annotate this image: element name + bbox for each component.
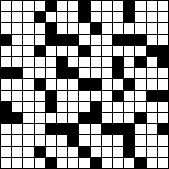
black-cell: [124, 35, 134, 45]
white-cell[interactable]: [102, 135, 112, 145]
black-cell: [135, 57, 145, 67]
white-cell[interactable]: [12, 35, 22, 45]
white-cell[interactable]: [12, 124, 22, 134]
white-cell[interactable]: [79, 23, 89, 33]
white-cell[interactable]: [46, 46, 56, 56]
black-cell: [12, 113, 22, 123]
black-cell: [135, 113, 145, 123]
white-cell[interactable]: [35, 102, 45, 112]
white-cell[interactable]: [158, 23, 168, 33]
white-cell[interactable]: [68, 23, 78, 33]
white-cell[interactable]: [91, 46, 101, 56]
white-cell[interactable]: [91, 91, 101, 101]
white-cell[interactable]: [23, 102, 33, 112]
white-cell[interactable]: [79, 158, 89, 168]
black-cell: [91, 102, 101, 112]
white-cell[interactable]: [158, 35, 168, 45]
white-cell[interactable]: [102, 158, 112, 168]
white-cell[interactable]: [102, 12, 112, 22]
white-cell[interactable]: [147, 147, 157, 157]
white-cell[interactable]: [23, 113, 33, 123]
black-cell: [147, 91, 157, 101]
black-cell: [46, 35, 56, 45]
white-cell[interactable]: [1, 23, 11, 33]
white-cell[interactable]: [91, 1, 101, 11]
black-cell: [124, 147, 134, 157]
white-cell[interactable]: [147, 135, 157, 145]
white-cell[interactable]: [91, 124, 101, 134]
black-cell: [158, 91, 168, 101]
black-cell: [91, 113, 101, 123]
black-cell: [46, 1, 56, 11]
black-cell: [46, 23, 56, 33]
white-cell[interactable]: [102, 57, 112, 67]
black-cell: [91, 79, 101, 89]
white-cell[interactable]: [23, 46, 33, 56]
white-cell[interactable]: [113, 135, 123, 145]
white-cell[interactable]: [147, 1, 157, 11]
black-cell: [113, 91, 123, 101]
white-cell[interactable]: [1, 1, 11, 11]
black-cell: [46, 102, 56, 112]
white-cell[interactable]: [35, 135, 45, 145]
white-cell[interactable]: [158, 79, 168, 89]
white-cell[interactable]: [46, 113, 56, 123]
white-cell[interactable]: [158, 68, 168, 78]
black-cell: [79, 46, 89, 56]
white-cell[interactable]: [12, 79, 22, 89]
white-cell[interactable]: [102, 102, 112, 112]
black-cell: [79, 147, 89, 157]
white-cell[interactable]: [46, 68, 56, 78]
white-cell[interactable]: [158, 102, 168, 112]
black-cell: [158, 124, 168, 134]
white-cell[interactable]: [68, 158, 78, 168]
black-cell: [35, 147, 45, 157]
white-cell[interactable]: [79, 124, 89, 134]
white-cell[interactable]: [113, 113, 123, 123]
white-cell[interactable]: [113, 23, 123, 33]
white-cell[interactable]: [23, 12, 33, 22]
black-cell: [113, 35, 123, 45]
white-cell[interactable]: [147, 12, 157, 22]
white-cell[interactable]: [79, 91, 89, 101]
white-cell[interactable]: [91, 57, 101, 67]
white-cell[interactable]: [12, 23, 22, 33]
black-cell: [57, 124, 67, 134]
black-cell: [1, 35, 11, 45]
crossword-grid: [0, 0, 169, 169]
white-cell[interactable]: [79, 57, 89, 67]
white-cell[interactable]: [57, 147, 67, 157]
white-cell[interactable]: [113, 12, 123, 22]
white-cell[interactable]: [12, 57, 22, 67]
white-cell[interactable]: [68, 79, 78, 89]
white-cell[interactable]: [102, 68, 112, 78]
black-cell: [68, 68, 78, 78]
black-cell: [147, 46, 157, 56]
white-cell[interactable]: [12, 91, 22, 101]
white-cell[interactable]: [46, 147, 56, 157]
white-cell[interactable]: [57, 12, 67, 22]
white-cell[interactable]: [79, 135, 89, 145]
white-cell[interactable]: [35, 113, 45, 123]
black-cell: [124, 79, 134, 89]
white-cell[interactable]: [46, 57, 56, 67]
white-cell[interactable]: [124, 57, 134, 67]
white-cell[interactable]: [91, 68, 101, 78]
white-cell[interactable]: [1, 57, 11, 67]
white-cell[interactable]: [102, 35, 112, 45]
black-cell: [158, 46, 168, 56]
black-cell: [57, 57, 67, 67]
white-cell[interactable]: [1, 12, 11, 22]
black-cell: [46, 158, 56, 168]
white-cell[interactable]: [23, 147, 33, 157]
white-cell[interactable]: [158, 158, 168, 168]
black-cell: [124, 124, 134, 134]
white-cell[interactable]: [12, 46, 22, 56]
white-cell[interactable]: [113, 147, 123, 157]
white-cell[interactable]: [35, 124, 45, 134]
white-cell[interactable]: [124, 158, 134, 168]
white-cell[interactable]: [102, 147, 112, 157]
white-cell[interactable]: [158, 1, 168, 11]
white-cell[interactable]: [79, 68, 89, 78]
black-cell: [124, 12, 134, 22]
black-cell: [135, 158, 145, 168]
white-cell[interactable]: [68, 1, 78, 11]
white-cell[interactable]: [46, 79, 56, 89]
white-cell[interactable]: [135, 46, 145, 56]
white-cell[interactable]: [135, 68, 145, 78]
white-cell[interactable]: [102, 46, 112, 56]
white-cell[interactable]: [35, 1, 45, 11]
white-cell[interactable]: [57, 1, 67, 11]
white-cell[interactable]: [102, 113, 112, 123]
white-cell[interactable]: [35, 35, 45, 45]
white-cell[interactable]: [23, 68, 33, 78]
white-cell[interactable]: [1, 124, 11, 134]
white-cell[interactable]: [57, 79, 67, 89]
black-cell: [57, 35, 67, 45]
black-cell: [113, 57, 123, 67]
white-cell[interactable]: [158, 135, 168, 145]
black-cell: [102, 124, 112, 134]
white-cell[interactable]: [124, 113, 134, 123]
black-cell: [68, 35, 78, 45]
white-cell[interactable]: [57, 91, 67, 101]
white-cell[interactable]: [57, 102, 67, 112]
white-cell[interactable]: [102, 79, 112, 89]
black-cell: [113, 68, 123, 78]
white-cell[interactable]: [12, 1, 22, 11]
white-cell[interactable]: [79, 35, 89, 45]
white-cell[interactable]: [57, 135, 67, 145]
white-cell[interactable]: [158, 147, 168, 157]
white-cell[interactable]: [35, 57, 45, 67]
white-cell[interactable]: [57, 113, 67, 123]
white-cell[interactable]: [113, 102, 123, 112]
white-cell[interactable]: [91, 147, 101, 157]
white-cell[interactable]: [23, 91, 33, 101]
white-cell[interactable]: [135, 102, 145, 112]
white-cell[interactable]: [1, 46, 11, 56]
white-cell[interactable]: [68, 113, 78, 123]
black-cell: [46, 124, 56, 134]
white-cell[interactable]: [147, 102, 157, 112]
black-cell: [35, 12, 45, 22]
white-cell[interactable]: [68, 102, 78, 112]
white-cell[interactable]: [135, 135, 145, 145]
white-cell[interactable]: [68, 57, 78, 67]
black-cell: [79, 79, 89, 89]
white-cell[interactable]: [147, 23, 157, 33]
white-cell[interactable]: [102, 23, 112, 33]
white-cell[interactable]: [35, 23, 45, 33]
white-cell[interactable]: [102, 1, 112, 11]
white-cell[interactable]: [102, 91, 112, 101]
white-cell[interactable]: [147, 113, 157, 123]
white-cell[interactable]: [12, 12, 22, 22]
white-cell[interactable]: [79, 102, 89, 112]
white-cell[interactable]: [124, 102, 134, 112]
black-cell: [91, 23, 101, 33]
black-cell: [124, 1, 134, 11]
black-cell: [158, 57, 168, 67]
white-cell[interactable]: [113, 79, 123, 89]
white-cell[interactable]: [135, 79, 145, 89]
black-cell: [135, 35, 145, 45]
white-cell[interactable]: [135, 124, 145, 134]
white-cell[interactable]: [135, 91, 145, 101]
white-cell[interactable]: [91, 12, 101, 22]
white-cell[interactable]: [147, 57, 157, 67]
black-cell: [57, 68, 67, 78]
white-cell[interactable]: [135, 147, 145, 157]
white-cell[interactable]: [124, 91, 134, 101]
white-cell[interactable]: [68, 46, 78, 56]
white-cell[interactable]: [91, 35, 101, 45]
white-cell[interactable]: [147, 79, 157, 89]
white-cell[interactable]: [91, 135, 101, 145]
white-cell[interactable]: [1, 135, 11, 145]
white-cell[interactable]: [57, 158, 67, 168]
black-cell: [1, 113, 11, 123]
white-cell[interactable]: [113, 46, 123, 56]
white-cell[interactable]: [147, 158, 157, 168]
black-cell: [12, 68, 22, 78]
white-cell[interactable]: [12, 147, 22, 157]
white-cell[interactable]: [12, 158, 22, 168]
white-cell[interactable]: [57, 46, 67, 56]
white-cell[interactable]: [135, 1, 145, 11]
black-cell: [46, 91, 56, 101]
black-cell: [79, 113, 89, 123]
black-cell: [124, 135, 134, 145]
white-cell[interactable]: [158, 12, 168, 22]
black-cell: [91, 158, 101, 168]
white-cell[interactable]: [147, 124, 157, 134]
white-cell[interactable]: [68, 147, 78, 157]
white-cell[interactable]: [23, 124, 33, 134]
white-cell[interactable]: [147, 35, 157, 45]
white-cell[interactable]: [124, 23, 134, 33]
white-cell[interactable]: [135, 12, 145, 22]
white-cell[interactable]: [158, 113, 168, 123]
black-cell: [35, 46, 45, 56]
white-cell[interactable]: [23, 158, 33, 168]
white-cell[interactable]: [46, 135, 56, 145]
black-cell: [79, 1, 89, 11]
white-cell[interactable]: [23, 57, 33, 67]
white-cell[interactable]: [1, 91, 11, 101]
white-cell[interactable]: [1, 158, 11, 168]
white-cell[interactable]: [12, 135, 22, 145]
white-cell[interactable]: [35, 158, 45, 168]
white-cell[interactable]: [57, 23, 67, 33]
white-cell[interactable]: [46, 12, 56, 22]
white-cell[interactable]: [35, 68, 45, 78]
white-cell[interactable]: [1, 147, 11, 157]
black-cell: [35, 79, 45, 89]
white-cell[interactable]: [147, 68, 157, 78]
white-cell[interactable]: [1, 79, 11, 89]
white-cell[interactable]: [124, 68, 134, 78]
white-cell[interactable]: [113, 158, 123, 168]
white-cell[interactable]: [23, 135, 33, 145]
white-cell[interactable]: [23, 1, 33, 11]
white-cell[interactable]: [23, 79, 33, 89]
white-cell[interactable]: [35, 91, 45, 101]
white-cell[interactable]: [23, 35, 33, 45]
white-cell[interactable]: [23, 23, 33, 33]
white-cell[interactable]: [68, 12, 78, 22]
black-cell: [1, 68, 11, 78]
black-cell: [113, 124, 123, 134]
white-cell[interactable]: [12, 102, 22, 112]
white-cell[interactable]: [113, 1, 123, 11]
black-cell: [79, 12, 89, 22]
black-cell: [68, 135, 78, 145]
white-cell[interactable]: [124, 46, 134, 56]
white-cell[interactable]: [135, 23, 145, 33]
white-cell[interactable]: [68, 91, 78, 101]
black-cell: [68, 124, 78, 134]
black-cell: [1, 102, 11, 112]
